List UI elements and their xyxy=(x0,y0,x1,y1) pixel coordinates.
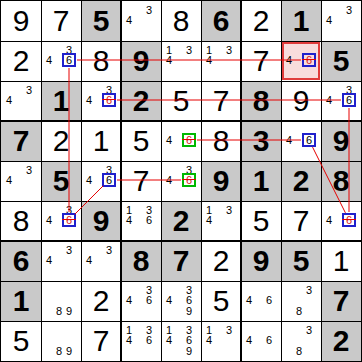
cell-r9c8[interactable]: 38 xyxy=(281,321,321,361)
cell-r1c5[interactable]: 8 xyxy=(161,1,201,41)
cell-r1c9[interactable]: 34 xyxy=(321,1,361,41)
cell-r8c1[interactable]: 1 xyxy=(1,281,41,321)
cell-r5c8[interactable]: 2 xyxy=(281,161,321,201)
candidate-4: 4 xyxy=(123,214,135,226)
cell-r4c6[interactable]: 8 xyxy=(201,121,241,161)
given-digit: 1 xyxy=(281,1,321,41)
cell-r3c9[interactable]: 346 xyxy=(321,81,361,121)
candidate-4: 4 xyxy=(163,134,175,146)
cell-r7c1[interactable]: 6 xyxy=(1,241,41,281)
solved-digit: 2 xyxy=(201,241,241,281)
candidate-4: 4 xyxy=(163,174,175,186)
candidate-4: 4 xyxy=(323,214,335,226)
cell-r4c1[interactable]: 7 xyxy=(1,121,41,161)
cell-r8c8[interactable]: 38 xyxy=(281,281,321,321)
cell-r2c9[interactable]: 5 xyxy=(321,41,361,81)
given-digit: 7 xyxy=(321,281,361,321)
cell-r9c5[interactable]: 13469 xyxy=(161,321,201,361)
chain-node-r2c8: 6 xyxy=(302,53,316,67)
cell-r5c9[interactable]: 8 xyxy=(321,161,361,201)
candidate-3: 3 xyxy=(183,44,195,56)
solved-digit: 8 xyxy=(1,201,41,241)
candidate-4: 4 xyxy=(323,14,335,26)
solved-digit: 2 xyxy=(41,121,81,161)
given-digit: 7 xyxy=(161,241,201,281)
solved-digit: 8 xyxy=(161,1,201,41)
cell-r4c7[interactable]: 3 xyxy=(241,121,281,161)
candidate-4: 4 xyxy=(203,54,215,66)
solved-digit: 9 xyxy=(281,81,321,121)
candidate-8: 8 xyxy=(293,345,305,357)
cell-r7c6[interactable]: 2 xyxy=(201,241,241,281)
cell-r8c3[interactable]: 2 xyxy=(81,281,121,321)
cell-r3c8[interactable]: 9 xyxy=(281,81,321,121)
chain-node-r4c5: 6 xyxy=(182,133,196,147)
solved-digit: 5 xyxy=(241,201,281,241)
cell-r3c2[interactable]: 1 xyxy=(41,81,81,121)
cell-r3c5[interactable]: 5 xyxy=(161,81,201,121)
given-digit: 1 xyxy=(41,81,81,121)
cell-r1c6[interactable]: 6 xyxy=(201,1,241,41)
given-digit: 5 xyxy=(41,161,81,201)
cell-r4c4[interactable]: 5 xyxy=(121,121,161,161)
cell-r5c7[interactable]: 1 xyxy=(241,161,281,201)
solved-digit: 2 xyxy=(241,1,281,41)
cell-r3c4[interactable]: 2 xyxy=(121,81,161,121)
cell-r5c2[interactable]: 5 xyxy=(41,161,81,201)
candidate-4: 4 xyxy=(83,254,95,266)
candidate-9: 9 xyxy=(183,305,195,317)
given-digit: 5 xyxy=(321,41,361,81)
cell-r4c9[interactable]: 9 xyxy=(321,121,361,161)
cell-r6c5[interactable]: 2 xyxy=(161,201,201,241)
cell-r2c3[interactable]: 8 xyxy=(81,41,121,81)
candidate-3: 3 xyxy=(343,4,355,16)
candidate-4: 4 xyxy=(163,294,175,306)
cell-r9c1[interactable]: 5 xyxy=(1,321,41,361)
candidate-4: 4 xyxy=(43,54,55,66)
cell-r9c2[interactable]: 89 xyxy=(41,321,81,361)
given-digit: 2 xyxy=(281,161,321,201)
given-digit: 8 xyxy=(321,161,361,201)
given-digit: 8 xyxy=(121,241,161,281)
candidate-3: 3 xyxy=(223,324,235,336)
candidate-4: 4 xyxy=(123,14,135,26)
candidate-4: 4 xyxy=(283,54,295,66)
candidate-3: 3 xyxy=(223,204,235,216)
cell-r7c9[interactable]: 1 xyxy=(321,241,361,281)
cell-r2c4[interactable]: 9 xyxy=(121,41,161,81)
cell-r1c4[interactable]: 34 xyxy=(121,1,161,41)
cell-r9c7[interactable]: 46 xyxy=(241,321,281,361)
candidate-6: 6 xyxy=(143,334,155,346)
candidate-4: 4 xyxy=(163,334,175,346)
solved-digit: 7 xyxy=(201,81,241,121)
candidate-3: 3 xyxy=(303,324,315,336)
candidate-4: 4 xyxy=(243,294,255,306)
solved-digit: 2 xyxy=(1,41,41,81)
solved-digit: 5 xyxy=(121,121,161,161)
solved-digit: 1 xyxy=(321,241,361,281)
chain-node-r2c2: 6 xyxy=(62,53,76,67)
cell-r7c5[interactable]: 7 xyxy=(161,241,201,281)
candidate-9: 9 xyxy=(183,345,195,357)
cell-r2c1[interactable]: 2 xyxy=(1,41,41,81)
cell-r1c2[interactable]: 7 xyxy=(41,1,81,41)
candidate-4: 4 xyxy=(83,174,95,186)
given-digit: 3 xyxy=(241,121,281,161)
candidate-4: 4 xyxy=(203,214,215,226)
chain-node-r3c9: 6 xyxy=(342,93,356,107)
given-digit: 2 xyxy=(121,81,161,121)
candidate-3: 3 xyxy=(103,244,115,256)
cell-r6c8[interactable]: 7 xyxy=(281,201,321,241)
candidate-4: 4 xyxy=(283,134,295,146)
cell-r3c1[interactable]: 34 xyxy=(1,81,41,121)
cell-r4c2[interactable]: 2 xyxy=(41,121,81,161)
solved-digit: 7 xyxy=(241,41,281,81)
given-digit: 5 xyxy=(81,1,121,41)
cell-r7c3[interactable]: 34 xyxy=(81,241,121,281)
given-digit: 9 xyxy=(241,241,281,281)
solved-digit: 7 xyxy=(121,161,161,201)
candidate-6: 6 xyxy=(143,214,155,226)
given-digit: 6 xyxy=(1,241,41,281)
candidate-6: 6 xyxy=(263,334,275,346)
cell-r7c8[interactable]: 5 xyxy=(281,241,321,281)
given-digit: 5 xyxy=(281,241,321,281)
solved-digit: 5 xyxy=(201,281,241,321)
solved-digit: 9 xyxy=(1,1,41,41)
chain-node-r3c3: 6 xyxy=(102,93,116,107)
given-digit: 9 xyxy=(201,161,241,201)
chain-node-r6c2: 6 xyxy=(62,213,76,227)
cell-r5c1[interactable]: 34 xyxy=(1,161,41,201)
cell-r9c3[interactable]: 7 xyxy=(81,321,121,361)
candidate-3: 3 xyxy=(63,244,75,256)
candidate-4: 4 xyxy=(243,334,255,346)
candidate-4: 4 xyxy=(163,54,175,66)
cell-r6c3[interactable]: 9 xyxy=(81,201,121,241)
cell-r7c7[interactable]: 9 xyxy=(241,241,281,281)
given-digit: 8 xyxy=(241,81,281,121)
candidate-4: 4 xyxy=(3,94,15,106)
given-digit: 2 xyxy=(321,321,361,361)
solved-digit: 8 xyxy=(201,121,241,161)
candidate-4: 4 xyxy=(323,94,335,106)
cell-r5c4[interactable]: 7 xyxy=(121,161,161,201)
given-digit: 7 xyxy=(1,121,41,161)
candidate-4: 4 xyxy=(83,94,95,106)
cell-r2c8[interactable]: 46 xyxy=(281,41,321,81)
chain-node-r5c5: 6 xyxy=(182,173,196,187)
candidate-3: 3 xyxy=(303,284,315,296)
given-digit: 6 xyxy=(201,1,241,41)
solved-digit: 7 xyxy=(281,201,321,241)
cell-r8c5[interactable]: 3469 xyxy=(161,281,201,321)
cell-r6c9[interactable]: 46 xyxy=(321,201,361,241)
cell-r3c7[interactable]: 8 xyxy=(241,81,281,121)
given-digit: 2 xyxy=(161,201,201,241)
cell-r2c2[interactable]: 346 xyxy=(41,41,81,81)
cell-r8c9[interactable]: 7 xyxy=(321,281,361,321)
cell-r5c5[interactable]: 346 xyxy=(161,161,201,201)
candidate-3: 3 xyxy=(23,164,35,176)
cell-r3c6[interactable]: 7 xyxy=(201,81,241,121)
candidate-8: 8 xyxy=(293,305,305,317)
given-digit: 1 xyxy=(1,281,41,321)
candidate-4: 4 xyxy=(123,294,135,306)
cell-r2c5[interactable]: 134 xyxy=(161,41,201,81)
cell-r6c1[interactable]: 8 xyxy=(1,201,41,241)
candidate-4: 4 xyxy=(43,254,55,266)
candidate-4: 4 xyxy=(203,334,215,346)
candidate-9: 9 xyxy=(63,305,75,317)
sudoku-board: 9753486213423468913413474653413462578934… xyxy=(0,0,362,362)
cell-r6c2[interactable]: 346 xyxy=(41,201,81,241)
cell-r8c6[interactable]: 5 xyxy=(201,281,241,321)
cell-r9c9[interactable]: 2 xyxy=(321,321,361,361)
cell-r1c8[interactable]: 1 xyxy=(281,1,321,41)
cell-r8c4[interactable]: 346 xyxy=(121,281,161,321)
cell-r1c3[interactable]: 5 xyxy=(81,1,121,41)
candidate-4: 4 xyxy=(123,334,135,346)
candidate-3: 3 xyxy=(143,4,155,16)
cell-r4c3[interactable]: 1 xyxy=(81,121,121,161)
candidate-6: 6 xyxy=(143,294,155,306)
candidate-3: 3 xyxy=(23,84,35,96)
solved-digit: 7 xyxy=(41,1,81,41)
solved-digit: 5 xyxy=(161,81,201,121)
chain-node-r6c9: 6 xyxy=(342,213,356,227)
solved-digit: 1 xyxy=(81,121,121,161)
cell-r5c3[interactable]: 346 xyxy=(81,161,121,201)
cell-r1c7[interactable]: 2 xyxy=(241,1,281,41)
cell-r4c5[interactable]: 46 xyxy=(161,121,201,161)
solved-digit: 8 xyxy=(81,41,121,81)
given-digit: 1 xyxy=(241,161,281,201)
given-digit: 9 xyxy=(81,201,121,241)
solved-digit: 7 xyxy=(81,321,121,361)
candidate-4: 4 xyxy=(3,174,15,186)
cell-r9c6[interactable]: 134 xyxy=(201,321,241,361)
given-digit: 9 xyxy=(321,121,361,161)
cell-r7c4[interactable]: 8 xyxy=(121,241,161,281)
cell-r4c8[interactable]: 46 xyxy=(281,121,321,161)
candidate-4: 4 xyxy=(43,214,55,226)
chain-node-r4c8: 6 xyxy=(302,133,316,147)
cell-r8c7[interactable]: 46 xyxy=(241,281,281,321)
cell-r6c7[interactable]: 5 xyxy=(241,201,281,241)
cell-r3c3[interactable]: 346 xyxy=(81,81,121,121)
chain-node-r5c3: 6 xyxy=(102,173,116,187)
cell-r6c4[interactable]: 1346 xyxy=(121,201,161,241)
cell-r2c6[interactable]: 134 xyxy=(201,41,241,81)
given-digit: 9 xyxy=(121,41,161,81)
candidate-6: 6 xyxy=(263,294,275,306)
candidate-9: 9 xyxy=(63,345,75,357)
solved-digit: 5 xyxy=(1,321,41,361)
cell-r9c4[interactable]: 1346 xyxy=(121,321,161,361)
cell-r6c6[interactable]: 134 xyxy=(201,201,241,241)
cell-r8c2[interactable]: 89 xyxy=(41,281,81,321)
candidate-3: 3 xyxy=(223,44,235,56)
cell-r1c1[interactable]: 9 xyxy=(1,1,41,41)
cell-r2c7[interactable]: 7 xyxy=(241,41,281,81)
cell-r7c2[interactable]: 34 xyxy=(41,241,81,281)
solved-digit: 2 xyxy=(81,281,121,321)
cell-r5c6[interactable]: 9 xyxy=(201,161,241,201)
